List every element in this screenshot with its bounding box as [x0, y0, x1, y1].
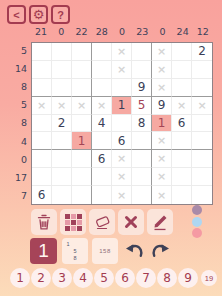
- given-digit: 6: [38, 188, 46, 202]
- cell-r4c9[interactable]: ×: [192, 97, 212, 115]
- x-pencil-mark: ×: [117, 45, 126, 58]
- cell-r3c5[interactable]: [112, 79, 132, 97]
- x-pencil-mark: ×: [97, 99, 106, 112]
- cell-r5c9[interactable]: [192, 115, 212, 133]
- cell-r2c5[interactable]: ×: [112, 61, 132, 79]
- cell-r4c5[interactable]: 1: [112, 97, 132, 115]
- cell-r7c1[interactable]: [32, 150, 52, 168]
- x-pencil-mark: ×: [157, 134, 166, 147]
- column-clue-3: 22: [71, 26, 91, 40]
- column-clue-7: 0: [152, 26, 172, 40]
- row-clue-4: 5: [0, 96, 27, 114]
- cell-r3c4[interactable]: [92, 79, 112, 97]
- column-clue-4: 28: [92, 26, 112, 40]
- given-digit: 9: [158, 98, 166, 112]
- numpad-button-9[interactable]: 9: [178, 268, 198, 288]
- row-clue-7: 0: [0, 151, 27, 169]
- eraser-button[interactable]: [89, 209, 115, 235]
- cell-r3c3[interactable]: [72, 79, 92, 97]
- numpad-button-4[interactable]: 4: [73, 268, 93, 288]
- cell-r4c7[interactable]: 9: [152, 97, 172, 115]
- numpad-button-3[interactable]: 3: [52, 268, 72, 288]
- selected-digit-tile[interactable]: 1: [30, 238, 57, 264]
- cell-r5c6[interactable]: 8: [132, 115, 152, 133]
- row-clue-6: 4: [0, 133, 27, 151]
- undo-icon: [125, 243, 145, 259]
- cell-r5c1[interactable]: [32, 115, 52, 133]
- toolbar: [31, 209, 173, 235]
- cell-r4c1[interactable]: ×: [32, 97, 52, 115]
- column-clue-1: 21: [31, 26, 51, 40]
- sudoku-board: ××2××9×××××159××2481616×6××××6××: [31, 42, 213, 205]
- cell-r8c8[interactable]: [172, 168, 192, 186]
- x-pencil-mark: ×: [157, 81, 166, 94]
- cell-r8c7[interactable]: ×: [152, 168, 172, 186]
- row-clues: 51485840177: [0, 42, 27, 205]
- x-pencil-mark: ×: [157, 170, 166, 183]
- x-pencil-mark: ×: [57, 99, 66, 112]
- cell-r8c3[interactable]: [72, 168, 92, 186]
- row-clue-9: 7: [0, 187, 27, 205]
- cell-r7c8[interactable]: [172, 150, 192, 168]
- cell-r9c7[interactable]: ×: [152, 186, 172, 204]
- cell-r6c3[interactable]: 1: [72, 132, 92, 150]
- clear-button[interactable]: [118, 209, 144, 235]
- x-pencil-mark: ×: [77, 99, 86, 112]
- numpad-button-5[interactable]: 5: [94, 268, 114, 288]
- cell-r8c5[interactable]: ×: [112, 168, 132, 186]
- cell-r6c9[interactable]: [192, 132, 212, 150]
- cell-r1c7[interactable]: ×: [152, 43, 172, 61]
- cell-r5c5[interactable]: [112, 115, 132, 133]
- user-digit: 1: [78, 134, 86, 148]
- given-digit: 4: [98, 116, 106, 130]
- row-clue-5: 8: [0, 114, 27, 132]
- cell-r9c8[interactable]: [172, 186, 192, 204]
- cell-r2c2[interactable]: [52, 61, 72, 79]
- cell-r7c2[interactable]: [52, 150, 72, 168]
- cell-r5c4[interactable]: 4: [92, 115, 112, 133]
- pencil-icon: [151, 213, 169, 231]
- cell-r8c4[interactable]: [92, 168, 112, 186]
- numpad-button-1[interactable]: 1: [10, 268, 30, 288]
- trash-icon: [35, 213, 53, 231]
- x-pencil-mark: ×: [157, 45, 166, 58]
- x-pencil-mark: ×: [177, 99, 186, 112]
- x-pencil-mark: ×: [197, 99, 206, 112]
- given-digit: 1: [118, 98, 126, 112]
- cell-r2c1[interactable]: [32, 61, 52, 79]
- cell-r1c4[interactable]: [92, 43, 112, 61]
- cell-r7c5[interactable]: ×: [112, 150, 132, 168]
- color-selector: [192, 205, 202, 238]
- cell-r6c4[interactable]: [92, 132, 112, 150]
- cell-r7c7[interactable]: ×: [152, 150, 172, 168]
- cell-r9c1[interactable]: 6: [32, 186, 52, 204]
- corner-marks-grid: 158: [65, 241, 86, 262]
- cell-r6c5[interactable]: 6: [112, 132, 132, 150]
- cell-r7c4[interactable]: 6: [92, 150, 112, 168]
- given-digit: 8: [138, 116, 146, 130]
- cell-r9c6[interactable]: [132, 186, 152, 204]
- cell-r9c3[interactable]: [72, 186, 92, 204]
- row-clue-3: 8: [0, 78, 27, 96]
- eraser-icon: [93, 213, 111, 231]
- row-clue-1: 5: [0, 42, 27, 60]
- cell-r8c2[interactable]: [52, 168, 72, 186]
- cell-r7c9[interactable]: [192, 150, 212, 168]
- settings-button[interactable]: ⚙: [29, 5, 48, 24]
- cell-r8c6[interactable]: [132, 168, 152, 186]
- cell-r4c6[interactable]: 5: [132, 97, 152, 115]
- cell-r6c8[interactable]: [172, 132, 192, 150]
- cell-r9c4[interactable]: [92, 186, 112, 204]
- cell-r8c1[interactable]: [32, 168, 52, 186]
- user-digit: 5: [138, 98, 146, 112]
- cell-r1c2[interactable]: [52, 43, 72, 61]
- cell-r4c3[interactable]: ×: [72, 97, 92, 115]
- x-pencil-mark: ×: [157, 63, 166, 76]
- cell-r3c8[interactable]: [172, 79, 192, 97]
- cell-r5c8[interactable]: 6: [172, 115, 192, 133]
- center-marks-tile[interactable]: 158: [92, 238, 118, 264]
- column-clue-9: 12: [193, 26, 213, 40]
- cell-r3c7[interactable]: ×: [152, 79, 172, 97]
- color-dot-blue[interactable]: [192, 217, 202, 227]
- row-clue-8: 17: [0, 169, 27, 187]
- x-pencil-mark: ×: [117, 189, 126, 202]
- cell-r3c2[interactable]: [52, 79, 72, 97]
- cell-r4c4[interactable]: ×: [92, 97, 112, 115]
- x-pencil-mark: ×: [157, 189, 166, 202]
- center-marks-text: 158: [99, 248, 111, 254]
- numpad-button-2[interactable]: 2: [31, 268, 51, 288]
- help-button[interactable]: ?: [51, 5, 70, 24]
- cell-r9c5[interactable]: ×: [112, 186, 132, 204]
- column-clue-6: 23: [132, 26, 152, 40]
- given-digit: 2: [198, 44, 206, 58]
- cell-r5c7[interactable]: 1: [152, 115, 172, 133]
- x-pencil-mark: ×: [117, 170, 126, 183]
- numpad-extra-button[interactable]: 19: [201, 270, 217, 286]
- cell-r6c1[interactable]: [32, 132, 52, 150]
- cell-r7c6[interactable]: [132, 150, 152, 168]
- cell-r6c2[interactable]: [52, 132, 72, 150]
- cell-r4c8[interactable]: ×: [172, 97, 192, 115]
- cell-r2c6[interactable]: [132, 61, 152, 79]
- number-pad: 123456789: [10, 268, 198, 288]
- cell-r3c9[interactable]: [192, 79, 212, 97]
- blocks-button[interactable]: [60, 209, 86, 235]
- user-digit: 1: [158, 116, 166, 130]
- cell-r4c2[interactable]: ×: [52, 97, 72, 115]
- cell-r2c7[interactable]: ×: [152, 61, 172, 79]
- clear-x-icon: [123, 214, 139, 230]
- gear-icon: ⚙: [33, 8, 45, 21]
- numpad-button-8[interactable]: 8: [157, 268, 177, 288]
- color-dot-pink[interactable]: [192, 228, 202, 238]
- given-digit: 9: [138, 80, 146, 94]
- cell-r9c2[interactable]: [52, 186, 72, 204]
- cell-r2c4[interactable]: [92, 61, 112, 79]
- column-clue-5: 0: [112, 26, 132, 40]
- color-dot-purple[interactable]: [192, 205, 202, 215]
- cell-r8c9[interactable]: [192, 168, 212, 186]
- numpad-button-6[interactable]: 6: [115, 268, 135, 288]
- redo-icon: [150, 243, 170, 259]
- cell-r1c6[interactable]: [132, 43, 152, 61]
- trash-button[interactable]: [31, 209, 57, 235]
- undo-button[interactable]: [124, 242, 146, 260]
- corner-marks-tile[interactable]: 158: [62, 238, 88, 264]
- x-pencil-mark: ×: [117, 63, 126, 76]
- given-digit: 6: [178, 116, 186, 130]
- cell-r6c6[interactable]: [132, 132, 152, 150]
- app-window: < ⚙ ? 210222802302412 51485840177 ××2××9…: [0, 0, 222, 296]
- blocks-icon: [65, 214, 82, 231]
- cell-r1c3[interactable]: [72, 43, 92, 61]
- back-button[interactable]: <: [7, 5, 26, 24]
- pencil-button[interactable]: [147, 209, 173, 235]
- cell-r2c3[interactable]: [72, 61, 92, 79]
- cell-r1c1[interactable]: [32, 43, 52, 61]
- column-clues: 210222802302412: [31, 26, 213, 40]
- cell-r3c1[interactable]: [32, 79, 52, 97]
- cell-r1c5[interactable]: ×: [112, 43, 132, 61]
- redo-button[interactable]: [149, 242, 171, 260]
- x-pencil-mark: ×: [117, 152, 126, 165]
- cell-r3c6[interactable]: 9: [132, 79, 152, 97]
- given-digit: 2: [58, 116, 66, 130]
- cell-r5c2[interactable]: 2: [52, 115, 72, 133]
- cell-r2c8[interactable]: [172, 61, 192, 79]
- cell-r6c7[interactable]: ×: [152, 132, 172, 150]
- cell-r9c9[interactable]: [192, 186, 212, 204]
- row-clue-2: 14: [0, 60, 27, 78]
- numpad-button-7[interactable]: 7: [136, 268, 156, 288]
- column-clue-8: 24: [173, 26, 193, 40]
- x-pencil-mark: ×: [37, 99, 46, 112]
- cell-r5c3[interactable]: [72, 115, 92, 133]
- cell-r2c9[interactable]: [192, 61, 212, 79]
- cell-r7c3[interactable]: [72, 150, 92, 168]
- cell-r1c9[interactable]: 2: [192, 43, 212, 61]
- column-clue-2: 0: [51, 26, 71, 40]
- x-pencil-mark: ×: [157, 152, 166, 165]
- given-digit: 6: [98, 152, 106, 166]
- cell-r1c8[interactable]: [172, 43, 192, 61]
- given-digit: 6: [118, 134, 126, 148]
